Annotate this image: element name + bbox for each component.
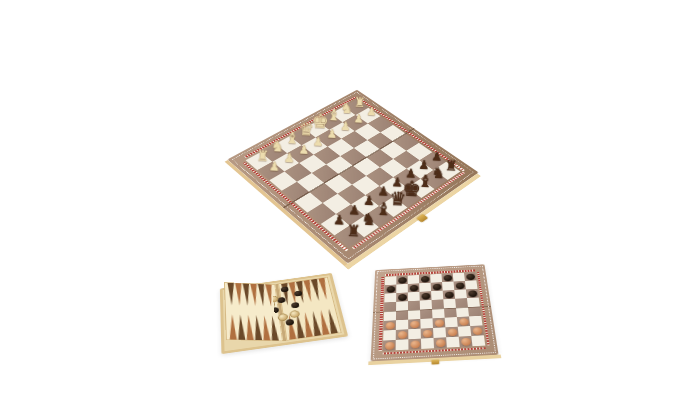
checkers-piece-light	[410, 320, 419, 328]
backgammon-point	[228, 314, 238, 339]
backgammon-points-row	[228, 314, 279, 340]
checkers-piece-black	[398, 294, 407, 301]
backgammon-right-half	[278, 277, 342, 341]
checkers-piece-light	[472, 327, 482, 335]
backgammon-left-half	[224, 282, 283, 341]
backgammon-point	[260, 315, 271, 340]
backgammon-point	[252, 315, 263, 340]
checkers-board	[371, 264, 499, 361]
backgammon-point	[317, 309, 331, 335]
checkers-piece-black	[465, 273, 474, 280]
backgammon-point	[250, 284, 260, 306]
checkers-square	[471, 335, 485, 346]
checkers-piece-black	[444, 291, 453, 298]
checkers-square	[421, 338, 434, 349]
checkers-piece-black	[398, 277, 407, 284]
checkers-piece-light	[447, 328, 457, 336]
checkers-piece-black	[420, 276, 429, 283]
backgammon-point	[318, 278, 331, 301]
backgammon-point	[325, 308, 339, 334]
backgammon-checker-black	[285, 319, 294, 326]
backgammon-board	[220, 273, 348, 354]
backgammon-point	[309, 310, 322, 336]
checkers-piece-light	[422, 329, 432, 337]
chess-board: ♜♞♝♛♚♝♞♜♟♟♟♟♟♟♟♟♟♟♟♟♟♟♟♟♜♞♝♛♚♝♞♜	[227, 90, 478, 264]
checkers-piece-light	[458, 318, 468, 326]
backgammon-point	[236, 314, 246, 339]
checkers-square	[446, 337, 460, 348]
checkers-square	[408, 339, 421, 350]
checkers-piece-black	[467, 290, 477, 297]
checkers-square	[459, 336, 473, 347]
checkers-piece-black	[432, 283, 441, 290]
backgammon-point	[244, 315, 254, 340]
checkers-square	[434, 337, 447, 348]
checkers-square	[383, 340, 396, 351]
checkers-square	[396, 339, 409, 350]
checkers-piece-black	[386, 286, 395, 293]
backgammon-points-row	[281, 278, 331, 306]
chess-squares: ♜♞♝♛♚♝♞♜♟♟♟♟♟♟♟♟♟♟♟♟♟♟♟♟♜♞♝♛♚♝♞♜	[246, 100, 461, 248]
checkers-piece-black	[455, 282, 464, 289]
backgammon-point	[257, 284, 267, 306]
checkers-piece-light	[384, 341, 394, 349]
brass-clasp	[431, 360, 439, 365]
checkers-piece-black	[421, 292, 430, 299]
checkers-piece-light	[435, 339, 445, 347]
backgammon-points-row	[227, 283, 275, 307]
checkers-piece-black	[443, 274, 452, 281]
backgammon-point	[301, 312, 314, 338]
backgammon-point	[242, 283, 251, 305]
checkers-piece-light	[460, 337, 470, 345]
backgammon-point	[227, 283, 236, 306]
checkers-piece-light	[410, 340, 420, 348]
checkers-piece-light	[385, 322, 394, 330]
chess-piece-white-pawn: ♟	[263, 160, 286, 173]
backgammon-point	[234, 283, 243, 305]
checkers-piece-light	[434, 319, 444, 327]
checkers-piece-black	[409, 284, 418, 291]
chess-piece-black-rook: ♜	[341, 223, 366, 240]
checkers-piece-light	[397, 331, 406, 339]
